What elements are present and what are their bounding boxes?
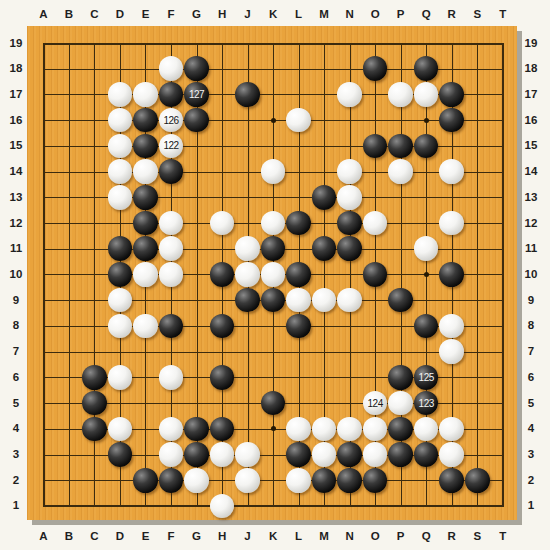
coord-label-right: 18 bbox=[521, 62, 541, 75]
stone-white: 122 bbox=[159, 134, 184, 159]
coord-label-top: Q bbox=[416, 8, 436, 21]
stone-white bbox=[312, 417, 337, 442]
grid-line-vertical bbox=[477, 43, 478, 507]
stone-black bbox=[363, 262, 388, 287]
coord-label-left: 18 bbox=[6, 62, 26, 75]
stone-white: 126 bbox=[159, 108, 184, 133]
coord-label-bottom: G bbox=[187, 530, 207, 543]
move-number-label: 125 bbox=[419, 372, 434, 383]
stone-black bbox=[337, 211, 362, 236]
stone-black bbox=[388, 417, 413, 442]
stone-black: 123 bbox=[414, 391, 439, 416]
stone-white bbox=[108, 108, 133, 133]
stone-white bbox=[108, 159, 133, 184]
coord-label-top: R bbox=[442, 8, 462, 21]
coord-label-left: 3 bbox=[6, 448, 26, 461]
stone-white bbox=[184, 468, 209, 493]
stone-white: 124 bbox=[363, 391, 388, 416]
stone-white bbox=[210, 211, 235, 236]
grid-line-horizontal bbox=[43, 480, 503, 481]
stone-white bbox=[210, 494, 235, 519]
stone-white bbox=[235, 262, 260, 287]
stone-black bbox=[210, 417, 235, 442]
coord-label-right: 14 bbox=[521, 165, 541, 178]
stone-black bbox=[133, 134, 158, 159]
coord-label-top: P bbox=[391, 8, 411, 21]
stone-black bbox=[337, 468, 362, 493]
stone-black bbox=[235, 82, 260, 107]
stone-black bbox=[286, 211, 311, 236]
coord-label-left: 7 bbox=[6, 345, 26, 358]
stone-white bbox=[286, 417, 311, 442]
coord-label-bottom: R bbox=[442, 530, 462, 543]
stone-black bbox=[414, 442, 439, 467]
star-point bbox=[271, 426, 276, 431]
stone-black bbox=[388, 365, 413, 390]
coord-label-bottom: A bbox=[33, 530, 53, 543]
stone-white bbox=[133, 82, 158, 107]
coord-label-top: E bbox=[135, 8, 155, 21]
stone-black bbox=[286, 314, 311, 339]
stone-black bbox=[108, 442, 133, 467]
stone-black bbox=[184, 442, 209, 467]
coord-label-left: 1 bbox=[6, 499, 26, 512]
grid-line-vertical bbox=[502, 43, 504, 507]
move-number-label: 124 bbox=[368, 398, 383, 409]
coord-label-right: 7 bbox=[521, 345, 541, 358]
coord-label-left: 17 bbox=[6, 88, 26, 101]
coord-label-top: H bbox=[212, 8, 232, 21]
coord-label-left: 5 bbox=[6, 397, 26, 410]
stone-white bbox=[261, 262, 286, 287]
stone-black bbox=[261, 288, 286, 313]
coord-label-left: 15 bbox=[6, 139, 26, 152]
coord-label-right: 6 bbox=[521, 371, 541, 384]
stone-white bbox=[414, 82, 439, 107]
coord-label-left: 11 bbox=[6, 242, 26, 255]
coord-label-top: K bbox=[263, 8, 283, 21]
stone-black bbox=[312, 468, 337, 493]
move-number-label: 123 bbox=[419, 398, 434, 409]
stone-black bbox=[184, 108, 209, 133]
star-point bbox=[424, 118, 429, 123]
coord-label-right: 3 bbox=[521, 448, 541, 461]
stone-black bbox=[439, 108, 464, 133]
stone-black bbox=[210, 314, 235, 339]
stone-black bbox=[159, 159, 184, 184]
coord-label-bottom: S bbox=[467, 530, 487, 543]
stone-white bbox=[286, 288, 311, 313]
stone-black bbox=[133, 108, 158, 133]
stone-white bbox=[261, 211, 286, 236]
coord-label-right: 15 bbox=[521, 139, 541, 152]
stone-white bbox=[108, 288, 133, 313]
stone-white bbox=[108, 185, 133, 210]
stone-black bbox=[210, 365, 235, 390]
stone-white bbox=[337, 417, 362, 442]
stone-white bbox=[261, 159, 286, 184]
coord-label-bottom: M bbox=[314, 530, 334, 543]
coord-label-right: 10 bbox=[521, 268, 541, 281]
stone-white bbox=[159, 417, 184, 442]
stone-black bbox=[414, 56, 439, 81]
coord-label-bottom: C bbox=[84, 530, 104, 543]
coord-label-top: A bbox=[33, 8, 53, 21]
stone-black bbox=[363, 468, 388, 493]
coord-label-top: L bbox=[289, 8, 309, 21]
stone-black: 125 bbox=[414, 365, 439, 390]
coord-label-top: M bbox=[314, 8, 334, 21]
stone-white bbox=[210, 442, 235, 467]
stone-white bbox=[286, 108, 311, 133]
stone-black bbox=[388, 442, 413, 467]
stone-black bbox=[159, 314, 184, 339]
stone-white bbox=[363, 211, 388, 236]
coord-label-top: D bbox=[110, 8, 130, 21]
coord-label-right: 5 bbox=[521, 397, 541, 410]
coord-label-bottom: N bbox=[340, 530, 360, 543]
stone-black bbox=[133, 236, 158, 261]
coord-label-bottom: Q bbox=[416, 530, 436, 543]
coord-label-left: 19 bbox=[6, 37, 26, 50]
coord-label-left: 13 bbox=[6, 191, 26, 204]
coord-label-bottom: B bbox=[59, 530, 79, 543]
stone-black bbox=[465, 468, 490, 493]
coord-label-bottom: H bbox=[212, 530, 232, 543]
stone-white bbox=[337, 185, 362, 210]
stone-white bbox=[159, 442, 184, 467]
stone-white bbox=[235, 468, 260, 493]
stone-black bbox=[439, 468, 464, 493]
stone-white bbox=[388, 391, 413, 416]
coord-label-right: 4 bbox=[521, 422, 541, 435]
stone-white bbox=[439, 159, 464, 184]
stone-black bbox=[108, 262, 133, 287]
stone-white bbox=[388, 82, 413, 107]
stone-black bbox=[82, 365, 107, 390]
stone-white bbox=[312, 442, 337, 467]
coord-label-bottom: D bbox=[110, 530, 130, 543]
coord-label-top: F bbox=[161, 8, 181, 21]
coord-label-right: 2 bbox=[521, 474, 541, 487]
stone-white bbox=[108, 417, 133, 442]
coord-label-right: 8 bbox=[521, 319, 541, 332]
coord-label-right: 1 bbox=[521, 499, 541, 512]
coord-label-left: 4 bbox=[6, 422, 26, 435]
stone-white bbox=[439, 211, 464, 236]
stone-white bbox=[159, 262, 184, 287]
stone-white bbox=[363, 417, 388, 442]
stone-white bbox=[337, 288, 362, 313]
stone-white bbox=[108, 134, 133, 159]
coord-label-left: 8 bbox=[6, 319, 26, 332]
stone-black bbox=[414, 134, 439, 159]
coord-label-left: 6 bbox=[6, 371, 26, 384]
coord-label-top: G bbox=[187, 8, 207, 21]
coord-label-right: 17 bbox=[521, 88, 541, 101]
coord-label-bottom: P bbox=[391, 530, 411, 543]
stone-black bbox=[388, 288, 413, 313]
grid-line-horizontal bbox=[43, 352, 503, 353]
star-point bbox=[424, 272, 429, 277]
stone-black bbox=[159, 82, 184, 107]
stone-white bbox=[337, 159, 362, 184]
coord-label-left: 12 bbox=[6, 217, 26, 230]
coord-label-bottom: L bbox=[289, 530, 309, 543]
move-number-label: 127 bbox=[189, 89, 204, 100]
coord-label-right: 12 bbox=[521, 217, 541, 230]
stone-white bbox=[363, 442, 388, 467]
stone-black bbox=[312, 185, 337, 210]
coord-label-bottom: T bbox=[493, 530, 513, 543]
coord-label-right: 9 bbox=[521, 294, 541, 307]
coord-label-right: 11 bbox=[521, 242, 541, 255]
stone-black bbox=[261, 391, 286, 416]
coord-label-bottom: O bbox=[365, 530, 385, 543]
coord-label-bottom: K bbox=[263, 530, 283, 543]
go-board[interactable]: 127126122125124123 bbox=[27, 26, 517, 520]
stone-black bbox=[363, 134, 388, 159]
stone-black bbox=[337, 442, 362, 467]
stone-white bbox=[337, 82, 362, 107]
stone-black bbox=[82, 391, 107, 416]
stone-black bbox=[210, 262, 235, 287]
coord-label-bottom: J bbox=[238, 530, 258, 543]
coord-label-bottom: F bbox=[161, 530, 181, 543]
stone-black bbox=[235, 288, 260, 313]
move-number-label: 122 bbox=[163, 140, 178, 151]
coord-label-top: J bbox=[238, 8, 258, 21]
stone-white bbox=[312, 288, 337, 313]
coord-label-left: 9 bbox=[6, 294, 26, 307]
stone-white bbox=[439, 314, 464, 339]
coord-label-left: 14 bbox=[6, 165, 26, 178]
coord-label-left: 10 bbox=[6, 268, 26, 281]
coord-label-left: 16 bbox=[6, 114, 26, 127]
stone-black bbox=[133, 468, 158, 493]
stone-black bbox=[108, 236, 133, 261]
stone-black bbox=[261, 236, 286, 261]
stone-black bbox=[286, 262, 311, 287]
stone-black bbox=[133, 211, 158, 236]
coord-label-top: T bbox=[493, 8, 513, 21]
stone-black bbox=[82, 417, 107, 442]
stone-black bbox=[439, 262, 464, 287]
stone-white bbox=[286, 468, 311, 493]
stone-black bbox=[388, 134, 413, 159]
stone-white bbox=[439, 417, 464, 442]
stone-white bbox=[159, 211, 184, 236]
stone-white bbox=[133, 314, 158, 339]
stone-white bbox=[108, 82, 133, 107]
coord-label-right: 19 bbox=[521, 37, 541, 50]
stone-black bbox=[159, 468, 184, 493]
stone-black bbox=[439, 82, 464, 107]
coord-label-bottom: E bbox=[135, 530, 155, 543]
coord-label-top: O bbox=[365, 8, 385, 21]
stone-white bbox=[439, 442, 464, 467]
stone-white bbox=[439, 339, 464, 364]
stone-white bbox=[159, 236, 184, 261]
stone-white bbox=[133, 159, 158, 184]
star-point bbox=[271, 118, 276, 123]
stone-white bbox=[159, 56, 184, 81]
stone-white bbox=[414, 417, 439, 442]
coord-label-right: 13 bbox=[521, 191, 541, 204]
stone-white bbox=[159, 365, 184, 390]
stone-black: 127 bbox=[184, 82, 209, 107]
coord-label-top: S bbox=[467, 8, 487, 21]
stone-black bbox=[312, 236, 337, 261]
stone-black bbox=[337, 236, 362, 261]
stone-white bbox=[108, 314, 133, 339]
stone-black bbox=[184, 56, 209, 81]
stone-white bbox=[414, 236, 439, 261]
stone-black bbox=[363, 56, 388, 81]
coord-label-right: 16 bbox=[521, 114, 541, 127]
stone-black bbox=[414, 314, 439, 339]
move-number-label: 126 bbox=[163, 115, 178, 126]
stone-black bbox=[184, 417, 209, 442]
coord-label-top: C bbox=[84, 8, 104, 21]
stone-black bbox=[133, 185, 158, 210]
coord-label-top: N bbox=[340, 8, 360, 21]
stone-white bbox=[235, 442, 260, 467]
coord-label-top: B bbox=[59, 8, 79, 21]
stone-black bbox=[286, 442, 311, 467]
go-diagram: 127126122125124123 ABCDEFGHJKLMNOPQRST A… bbox=[0, 0, 550, 550]
stone-white bbox=[133, 262, 158, 287]
stone-white bbox=[235, 236, 260, 261]
stone-white bbox=[388, 159, 413, 184]
stone-white bbox=[108, 365, 133, 390]
coord-label-left: 2 bbox=[6, 474, 26, 487]
grid-line-horizontal bbox=[43, 505, 503, 507]
